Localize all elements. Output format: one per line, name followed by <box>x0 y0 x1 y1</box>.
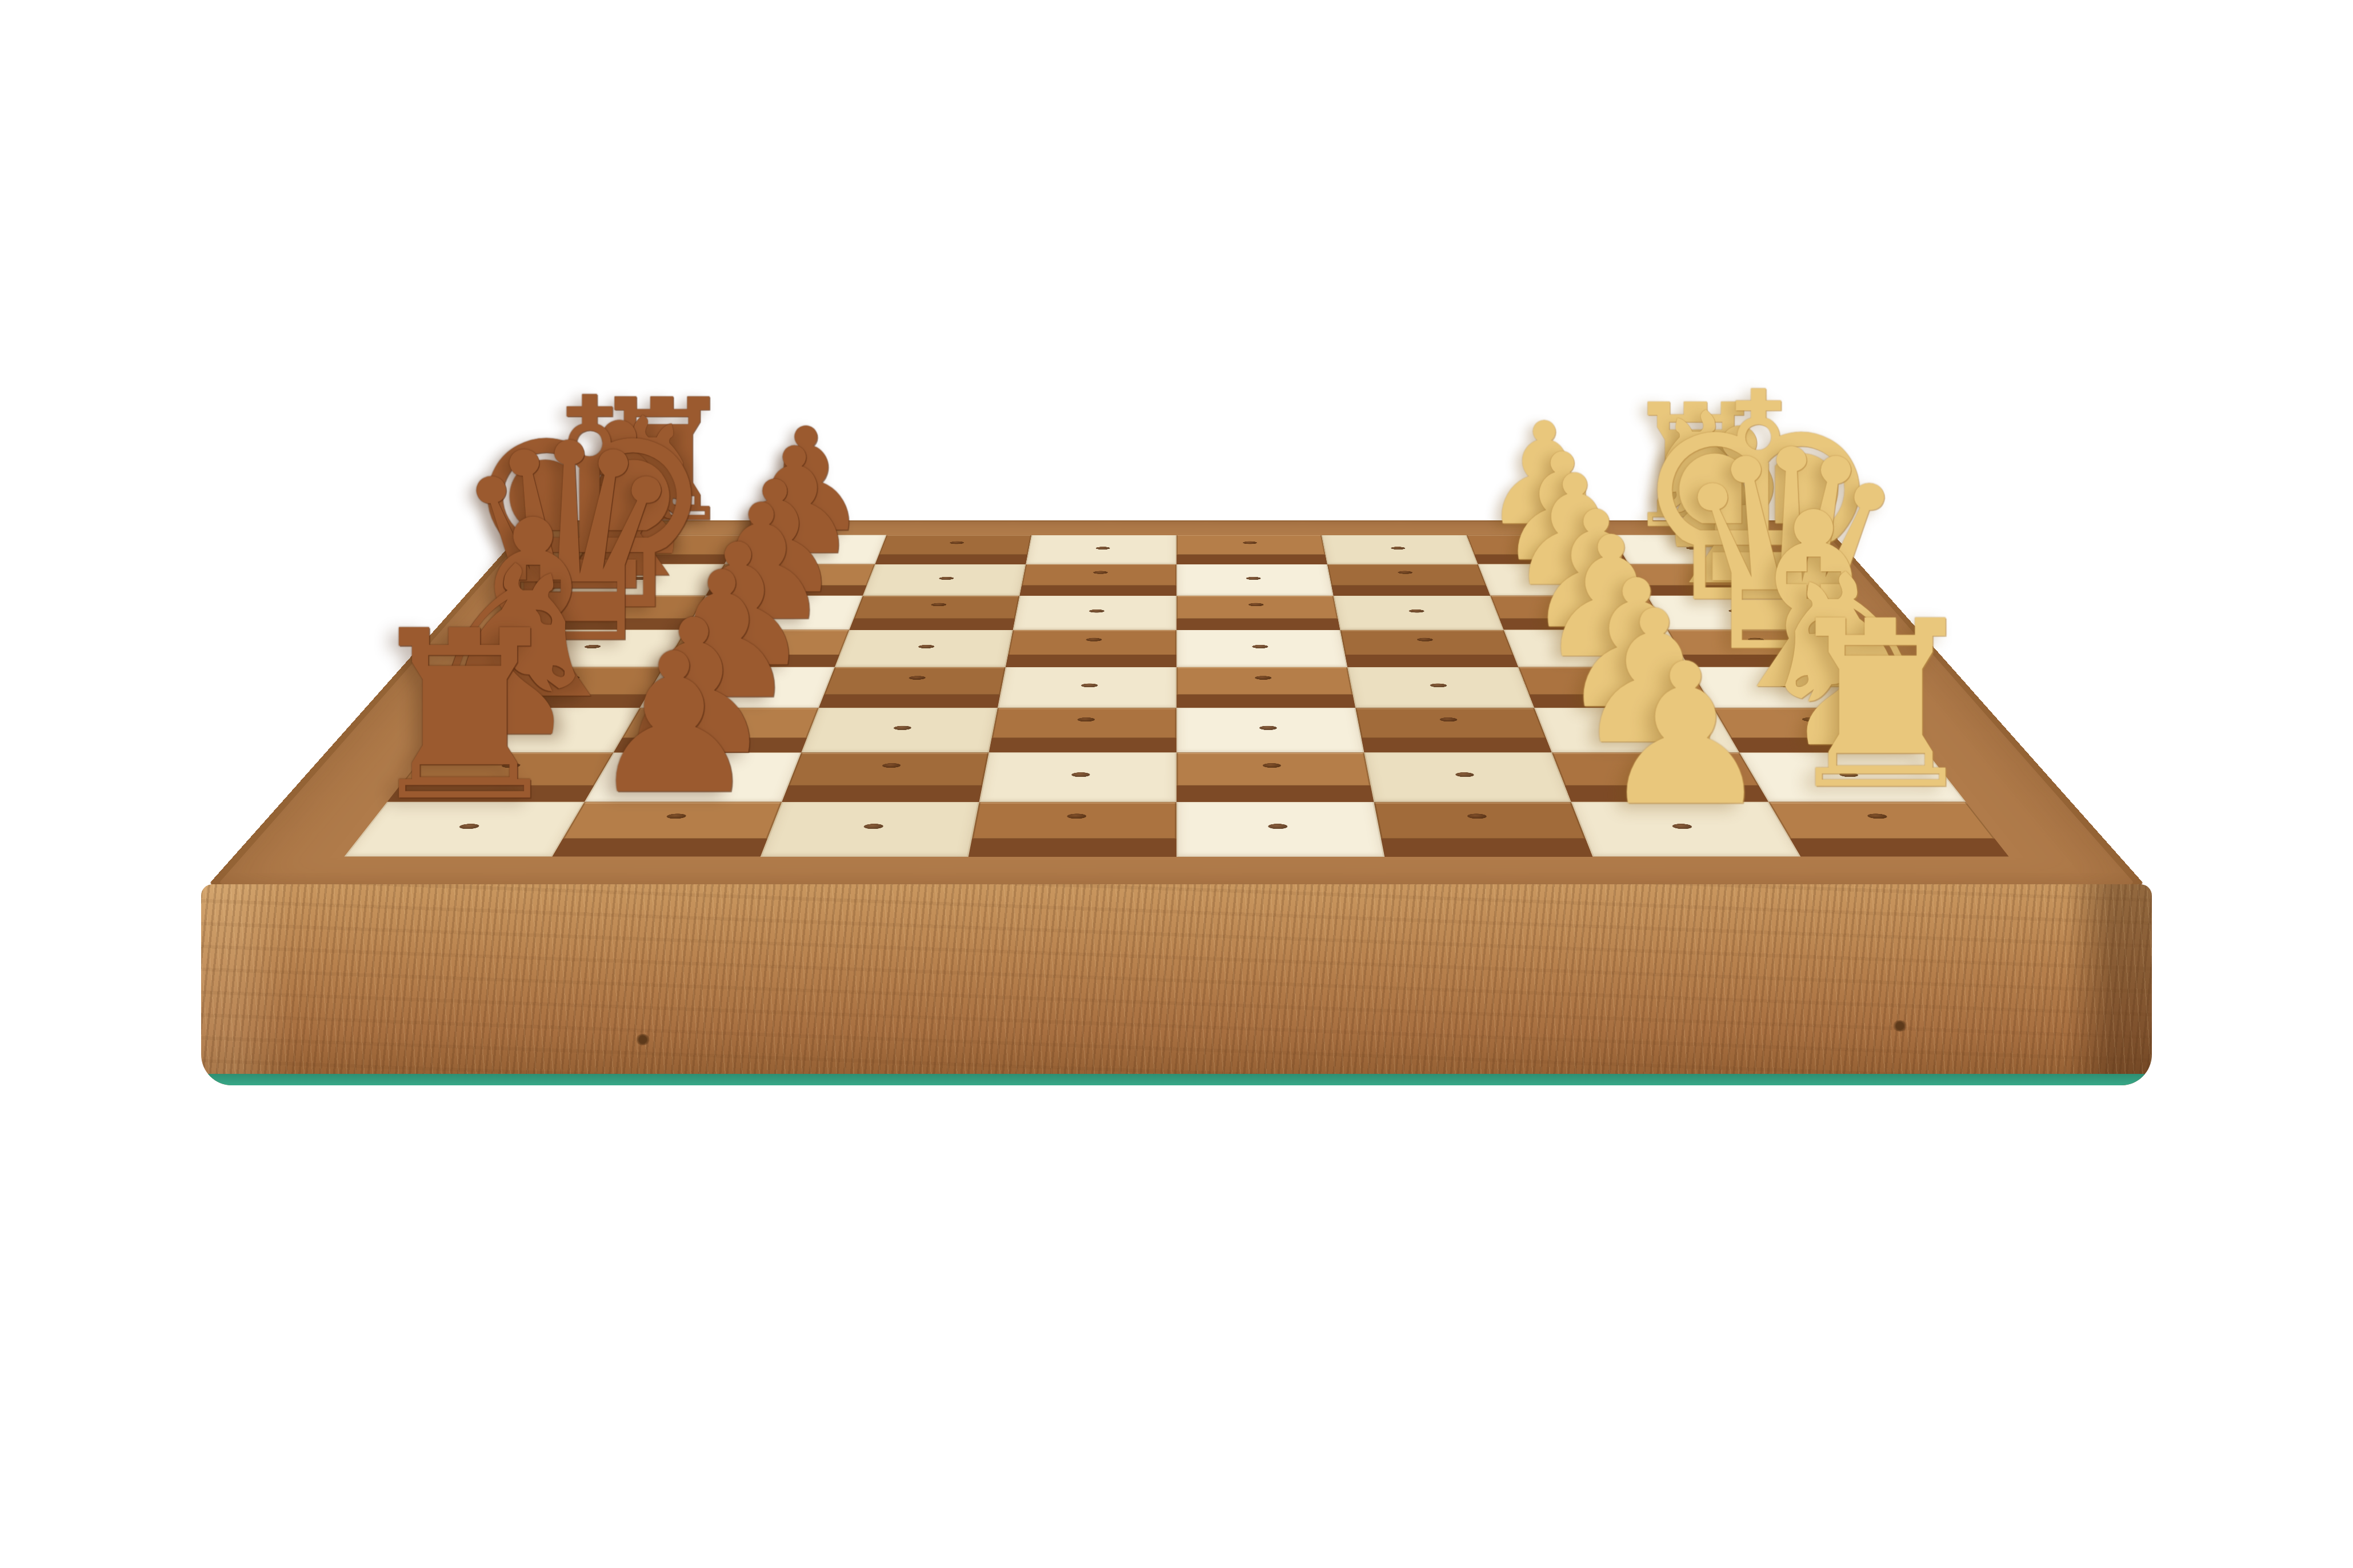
square <box>1374 802 1592 857</box>
board-frame-front <box>201 884 2152 1085</box>
square <box>1176 535 1327 564</box>
square <box>819 667 1006 708</box>
square <box>761 802 979 857</box>
square <box>1176 630 1347 667</box>
square: ♟ <box>553 802 782 857</box>
square <box>1176 802 1384 857</box>
square <box>1347 667 1534 708</box>
board-grid: ♜♟♟♜♞♟♟♞♝♟♟♝♚♟♟♚♛♟♟♛♝♟♟♝♞♟♟♞♜♟♟♜ <box>344 535 2008 857</box>
square <box>989 708 1176 752</box>
square <box>1176 708 1364 752</box>
square <box>1013 596 1176 630</box>
square <box>1176 752 1374 801</box>
square <box>1026 535 1176 564</box>
square <box>1176 564 1334 596</box>
wood-knot <box>635 1034 650 1045</box>
square <box>1334 596 1504 630</box>
square <box>998 667 1176 708</box>
square <box>1176 667 1355 708</box>
square: ♜ <box>1768 802 2008 857</box>
square <box>782 752 989 801</box>
chess-board: ♜♟♟♜♞♟♟♞♝♟♟♝♚♟♟♚♛♟♟♛♝♟♟♝♞♟♟♞♜♟♟♜ <box>205 520 2148 888</box>
square <box>801 708 998 752</box>
square <box>1019 564 1176 596</box>
square <box>835 630 1013 667</box>
square <box>1327 564 1490 596</box>
photo-scene: ♜♟♟♜♞♟♟♞♝♟♟♝♚♟♟♚♛♟♟♛♝♟♟♝♞♟♟♞♜♟♟♜ <box>0 0 2353 1568</box>
square <box>875 535 1031 564</box>
square <box>1176 596 1340 630</box>
square <box>1364 752 1571 801</box>
square <box>969 802 1176 857</box>
square <box>1340 630 1518 667</box>
square <box>1355 708 1552 752</box>
square: ♜ <box>344 802 584 857</box>
square <box>849 596 1019 630</box>
square <box>863 564 1026 596</box>
square <box>1006 630 1176 667</box>
square <box>979 752 1176 801</box>
square <box>1322 535 1478 564</box>
wood-knot <box>1892 1020 1907 1032</box>
square: ♟ <box>1571 802 1801 857</box>
